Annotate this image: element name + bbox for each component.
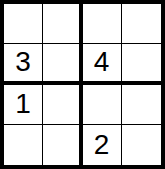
- cell-r3c1[interactable]: 1: [4, 85, 43, 125]
- cell-r4c1[interactable]: [4, 125, 43, 165]
- cell-r3c2[interactable]: [43, 85, 82, 125]
- cell-r2c4[interactable]: [122, 44, 161, 84]
- cell-r4c2[interactable]: [43, 125, 82, 165]
- cell-r2c3[interactable]: 4: [83, 44, 122, 84]
- cell-r1c4[interactable]: [122, 4, 161, 44]
- cell-r1c1[interactable]: [4, 4, 43, 44]
- cell-r2c1[interactable]: 3: [4, 44, 43, 84]
- cell-r3c3[interactable]: [83, 85, 122, 125]
- cell-r4c4[interactable]: [122, 125, 161, 165]
- sudoku-board: 3412: [0, 0, 165, 169]
- cell-r3c4[interactable]: [122, 85, 161, 125]
- cell-r2c2[interactable]: [43, 44, 82, 84]
- cell-r1c2[interactable]: [43, 4, 82, 44]
- cell-r1c3[interactable]: [83, 4, 122, 44]
- cell-r4c3[interactable]: 2: [83, 125, 122, 165]
